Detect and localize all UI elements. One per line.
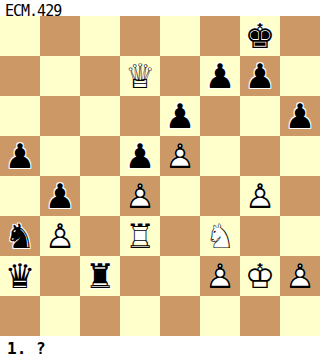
- square-c5[interactable]: [80, 136, 120, 176]
- square-e4[interactable]: [160, 176, 200, 216]
- piece-white-queen: ♛♕: [120, 56, 160, 96]
- square-h3[interactable]: [280, 216, 320, 256]
- square-d4[interactable]: ♟♙: [120, 176, 160, 216]
- piece-black-rook: ♜: [80, 256, 120, 296]
- square-a1[interactable]: [0, 296, 40, 336]
- square-a5[interactable]: ♟: [0, 136, 40, 176]
- piece-black-pawn: ♟: [40, 176, 80, 216]
- square-c6[interactable]: [80, 96, 120, 136]
- square-g3[interactable]: [240, 216, 280, 256]
- square-a8[interactable]: [0, 16, 40, 56]
- square-e2[interactable]: [160, 256, 200, 296]
- square-h7[interactable]: [280, 56, 320, 96]
- square-c3[interactable]: [80, 216, 120, 256]
- piece-black-pawn: ♟: [0, 136, 40, 176]
- square-c7[interactable]: [80, 56, 120, 96]
- square-a6[interactable]: [0, 96, 40, 136]
- piece-black-pawn: ♟: [240, 56, 280, 96]
- square-h5[interactable]: [280, 136, 320, 176]
- square-g6[interactable]: [240, 96, 280, 136]
- square-d1[interactable]: [120, 296, 160, 336]
- square-e5[interactable]: ♟♙: [160, 136, 200, 176]
- square-g5[interactable]: [240, 136, 280, 176]
- square-e8[interactable]: [160, 16, 200, 56]
- piece-white-pawn: ♟♙: [120, 176, 160, 216]
- piece-black-knight: ♞: [0, 216, 40, 256]
- move-prompt: 1. ?: [7, 339, 46, 358]
- square-f2[interactable]: ♟♙: [200, 256, 240, 296]
- square-f7[interactable]: ♟: [200, 56, 240, 96]
- square-h2[interactable]: ♟♙: [280, 256, 320, 296]
- square-g4[interactable]: ♟♙: [240, 176, 280, 216]
- square-d8[interactable]: [120, 16, 160, 56]
- piece-black-king: ♚: [240, 16, 280, 56]
- square-h1[interactable]: [280, 296, 320, 336]
- square-b1[interactable]: [40, 296, 80, 336]
- piece-white-pawn: ♟♙: [280, 256, 320, 296]
- square-e6[interactable]: ♟: [160, 96, 200, 136]
- piece-black-queen: ♛: [0, 256, 40, 296]
- title-bar: ECM.429: [0, 0, 320, 16]
- square-c8[interactable]: [80, 16, 120, 56]
- piece-white-pawn: ♟♙: [160, 136, 200, 176]
- piece-white-pawn: ♟♙: [40, 216, 80, 256]
- square-b3[interactable]: ♟♙: [40, 216, 80, 256]
- move-prompt-bar: 1. ?: [0, 336, 320, 360]
- piece-black-pawn: ♟: [120, 136, 160, 176]
- square-b7[interactable]: [40, 56, 80, 96]
- square-a3[interactable]: ♞: [0, 216, 40, 256]
- piece-black-pawn: ♟: [200, 56, 240, 96]
- piece-white-king: ♚♔: [240, 256, 280, 296]
- square-e1[interactable]: [160, 296, 200, 336]
- square-b5[interactable]: [40, 136, 80, 176]
- square-d7[interactable]: ♛♕: [120, 56, 160, 96]
- square-a4[interactable]: [0, 176, 40, 216]
- square-d2[interactable]: [120, 256, 160, 296]
- square-h6[interactable]: ♟: [280, 96, 320, 136]
- square-c2[interactable]: ♜: [80, 256, 120, 296]
- square-f8[interactable]: [200, 16, 240, 56]
- piece-white-pawn: ♟♙: [240, 176, 280, 216]
- square-f4[interactable]: [200, 176, 240, 216]
- square-g8[interactable]: ♚: [240, 16, 280, 56]
- square-e7[interactable]: [160, 56, 200, 96]
- chess-board: ♚♛♕♟♟♟♟♟♟♟♙♟♟♙♟♙♞♟♙♜♖♞♘♛♜♟♙♚♔♟♙: [0, 16, 320, 336]
- square-f3[interactable]: ♞♘: [200, 216, 240, 256]
- square-h4[interactable]: [280, 176, 320, 216]
- square-g1[interactable]: [240, 296, 280, 336]
- square-b4[interactable]: ♟: [40, 176, 80, 216]
- piece-black-pawn: ♟: [280, 96, 320, 136]
- square-b6[interactable]: [40, 96, 80, 136]
- piece-white-pawn: ♟♙: [200, 256, 240, 296]
- square-d5[interactable]: ♟: [120, 136, 160, 176]
- square-f6[interactable]: [200, 96, 240, 136]
- square-e3[interactable]: [160, 216, 200, 256]
- square-a2[interactable]: ♛: [0, 256, 40, 296]
- piece-white-rook: ♜♖: [120, 216, 160, 256]
- square-d6[interactable]: [120, 96, 160, 136]
- square-c1[interactable]: [80, 296, 120, 336]
- square-g2[interactable]: ♚♔: [240, 256, 280, 296]
- square-b8[interactable]: [40, 16, 80, 56]
- piece-white-knight: ♞♘: [200, 216, 240, 256]
- square-b2[interactable]: [40, 256, 80, 296]
- square-a7[interactable]: [0, 56, 40, 96]
- square-h8[interactable]: [280, 16, 320, 56]
- piece-black-pawn: ♟: [160, 96, 200, 136]
- square-f1[interactable]: [200, 296, 240, 336]
- square-c4[interactable]: [80, 176, 120, 216]
- square-g7[interactable]: ♟: [240, 56, 280, 96]
- square-d3[interactable]: ♜♖: [120, 216, 160, 256]
- square-f5[interactable]: [200, 136, 240, 176]
